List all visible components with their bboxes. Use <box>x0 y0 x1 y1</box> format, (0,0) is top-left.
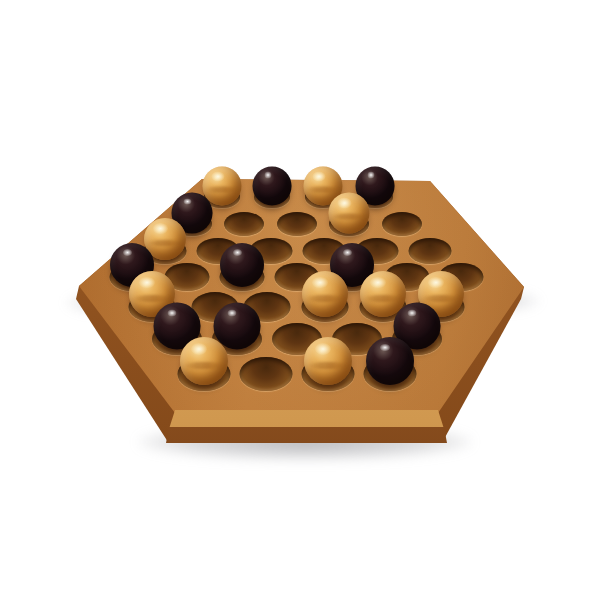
marble-highlight <box>211 171 224 181</box>
marble-grain-streak <box>364 295 403 302</box>
marble-highlight <box>408 309 417 317</box>
marble-dark-r1c2[interactable] <box>253 167 292 206</box>
marble-tan-r2c4[interactable] <box>329 193 370 234</box>
hole-r2c3[interactable] <box>277 212 317 236</box>
marble-dark-r7c4[interactable] <box>366 337 414 385</box>
marble-tan-r7c1[interactable] <box>180 337 228 385</box>
marble-grain-streak <box>332 214 366 220</box>
marble-highlight <box>370 277 386 289</box>
marble-highlight <box>233 249 242 256</box>
marble-grain-streak <box>184 362 224 369</box>
marble-highlight <box>123 249 132 256</box>
hole-r7c2[interactable] <box>240 357 293 391</box>
marble-grain-streak <box>307 187 340 193</box>
marble-highlight <box>153 223 167 234</box>
marble-highlight <box>184 198 192 205</box>
marble-highlight <box>338 197 352 208</box>
marble-highlight <box>315 343 331 355</box>
marble-highlight <box>264 172 272 178</box>
marble-highlight <box>367 172 375 178</box>
marble-highlight <box>343 249 352 256</box>
marble-grain-streak <box>308 362 348 369</box>
marble-grain-streak <box>306 295 345 302</box>
hole-r2c5[interactable] <box>382 212 422 236</box>
marble-highlight <box>380 344 390 352</box>
marble-highlight <box>228 309 237 317</box>
hole-r3c6[interactable] <box>409 238 452 264</box>
marble-highlight <box>312 171 325 181</box>
marble-grain-streak <box>422 295 461 302</box>
marble-tan-r5c4[interactable] <box>302 271 348 317</box>
marble-dark-r4c3[interactable] <box>220 243 264 287</box>
marble-grain-streak <box>133 295 172 302</box>
marble-highlight <box>191 343 207 355</box>
marble-highlight <box>139 277 155 289</box>
marble-dark-r6c2[interactable] <box>214 303 261 350</box>
marble-tan-r7c3[interactable] <box>304 337 352 385</box>
hex-board <box>0 0 600 600</box>
marble-grain-streak <box>206 187 239 193</box>
marble-highlight <box>312 277 328 289</box>
marble-highlight <box>428 277 444 289</box>
marble-highlight <box>168 309 177 317</box>
hole-r2c2[interactable] <box>224 212 264 236</box>
product-photo-scene <box>0 0 600 600</box>
marble-grain-streak <box>147 240 182 246</box>
